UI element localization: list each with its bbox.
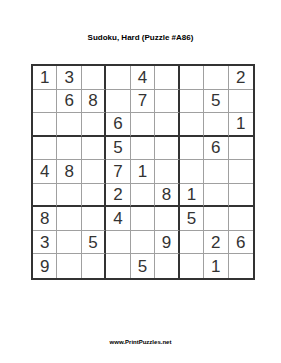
cell-r4c8[interactable]: 6 — [204, 137, 228, 161]
cell-r2c1[interactable] — [33, 90, 57, 114]
cell-r1c6[interactable] — [155, 66, 179, 90]
cell-r9c2[interactable] — [57, 254, 81, 278]
cell-r3c8[interactable] — [204, 113, 228, 137]
cell-r7c2[interactable] — [57, 207, 81, 231]
cell-r5c6[interactable] — [155, 160, 179, 184]
cell-r9c6[interactable] — [155, 254, 179, 278]
cell-r5c2[interactable]: 8 — [57, 160, 81, 184]
cell-r5c7[interactable] — [180, 160, 204, 184]
cell-r2c5[interactable]: 7 — [131, 90, 155, 114]
cell-r1c5[interactable]: 4 — [131, 66, 155, 90]
cell-r5c3[interactable] — [82, 160, 106, 184]
cell-r2c7[interactable] — [180, 90, 204, 114]
cell-r1c4[interactable] — [106, 66, 130, 90]
cell-r1c8[interactable] — [204, 66, 228, 90]
cell-r1c1[interactable]: 1 — [33, 66, 57, 90]
cell-r2c4[interactable] — [106, 90, 130, 114]
cell-r8c8[interactable]: 2 — [204, 231, 228, 255]
cell-r3c6[interactable] — [155, 113, 179, 137]
cell-r9c8[interactable]: 1 — [204, 254, 228, 278]
cell-r5c5[interactable]: 1 — [131, 160, 155, 184]
cell-r7c5[interactable] — [131, 207, 155, 231]
cell-r6c6[interactable]: 8 — [155, 184, 179, 208]
cell-r5c4[interactable]: 7 — [106, 160, 130, 184]
cell-r7c4[interactable]: 4 — [106, 207, 130, 231]
page-title: Sudoku, Hard (Puzzle #A86) — [0, 33, 281, 42]
cell-r4c7[interactable] — [180, 137, 204, 161]
cell-r6c5[interactable] — [131, 184, 155, 208]
cell-r6c2[interactable] — [57, 184, 81, 208]
cell-r1c9[interactable]: 2 — [229, 66, 253, 90]
cell-r9c5[interactable]: 5 — [131, 254, 155, 278]
cell-r5c8[interactable] — [204, 160, 228, 184]
cell-r4c2[interactable] — [57, 137, 81, 161]
cell-r7c1[interactable]: 8 — [33, 207, 57, 231]
cell-r7c7[interactable]: 5 — [180, 207, 204, 231]
cell-r6c8[interactable] — [204, 184, 228, 208]
cell-r8c9[interactable]: 6 — [229, 231, 253, 255]
cell-r2c8[interactable]: 5 — [204, 90, 228, 114]
cell-r9c4[interactable] — [106, 254, 130, 278]
cell-r2c9[interactable] — [229, 90, 253, 114]
cell-r3c2[interactable] — [57, 113, 81, 137]
cell-r5c1[interactable]: 4 — [33, 160, 57, 184]
cell-r7c8[interactable] — [204, 207, 228, 231]
cell-r4c9[interactable] — [229, 137, 253, 161]
cell-r7c6[interactable] — [155, 207, 179, 231]
cell-r6c4[interactable]: 2 — [106, 184, 130, 208]
cell-r9c7[interactable] — [180, 254, 204, 278]
cell-r6c9[interactable] — [229, 184, 253, 208]
cell-r3c9[interactable]: 1 — [229, 113, 253, 137]
cell-r4c5[interactable] — [131, 137, 155, 161]
cell-r6c1[interactable] — [33, 184, 57, 208]
cell-r9c1[interactable]: 9 — [33, 254, 57, 278]
cell-r1c7[interactable] — [180, 66, 204, 90]
cell-r9c9[interactable] — [229, 254, 253, 278]
cell-r5c9[interactable] — [229, 160, 253, 184]
cell-r8c5[interactable] — [131, 231, 155, 255]
cell-r6c7[interactable]: 1 — [180, 184, 204, 208]
cell-r3c3[interactable] — [82, 113, 106, 137]
cell-r4c4[interactable]: 5 — [106, 137, 130, 161]
cell-r8c7[interactable] — [180, 231, 204, 255]
cell-r2c6[interactable] — [155, 90, 179, 114]
cell-r8c2[interactable] — [57, 231, 81, 255]
cell-r3c1[interactable] — [33, 113, 57, 137]
cell-r2c2[interactable]: 6 — [57, 90, 81, 114]
cell-r9c3[interactable] — [82, 254, 106, 278]
footer-watermark: www.PrintPuzzles.net — [0, 339, 281, 345]
cell-r2c3[interactable]: 8 — [82, 90, 106, 114]
cell-r8c4[interactable] — [106, 231, 130, 255]
cell-r3c5[interactable] — [131, 113, 155, 137]
cell-r1c2[interactable]: 3 — [57, 66, 81, 90]
cell-r4c1[interactable] — [33, 137, 57, 161]
cell-r8c3[interactable]: 5 — [82, 231, 106, 255]
cell-r8c6[interactable]: 9 — [155, 231, 179, 255]
cell-r4c3[interactable] — [82, 137, 106, 161]
cell-r4c6[interactable] — [155, 137, 179, 161]
cell-r8c1[interactable]: 3 — [33, 231, 57, 255]
cell-r7c3[interactable] — [82, 207, 106, 231]
cell-r1c3[interactable] — [82, 66, 106, 90]
sudoku-grid: 134268756156487128184535926951 — [31, 64, 255, 280]
cell-r7c9[interactable] — [229, 207, 253, 231]
cell-r3c4[interactable]: 6 — [106, 113, 130, 137]
cell-r6c3[interactable] — [82, 184, 106, 208]
cell-r3c7[interactable] — [180, 113, 204, 137]
